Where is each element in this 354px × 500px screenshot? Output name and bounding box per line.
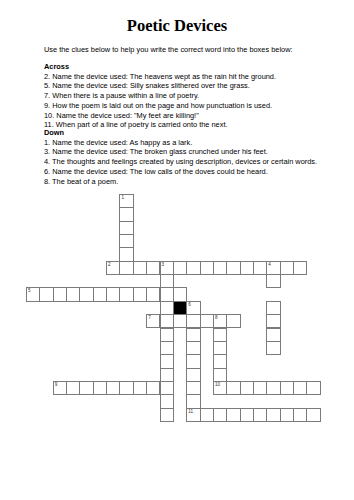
grid-cell[interactable]	[119, 221, 133, 235]
grid-cell[interactable]	[266, 314, 280, 328]
down-clues-section: Down 1. Name the device used: As happy a…	[44, 128, 348, 186]
grid-cell[interactable]	[266, 328, 280, 342]
grid-cell[interactable]	[133, 287, 147, 301]
grid-cell[interactable]	[173, 261, 187, 275]
grid-cell[interactable]	[160, 394, 174, 408]
clue-down-6: 6. Name the device used: The low calls o…	[44, 167, 348, 177]
grid-cell[interactable]	[186, 341, 200, 355]
grid-cell[interactable]	[186, 394, 200, 408]
grid-cell[interactable]	[79, 287, 93, 301]
grid-cell[interactable]	[93, 381, 107, 395]
grid-cell[interactable]	[160, 301, 174, 315]
across-clues-section: Across 2. Name the device used: The heav…	[44, 62, 348, 130]
grid-cell[interactable]	[240, 381, 254, 395]
clue-text: Name the device used: The heavens wept a…	[52, 72, 276, 81]
grid-cell[interactable]	[253, 381, 267, 395]
grid-cell[interactable]	[213, 341, 227, 355]
cell-number-label: 11	[188, 409, 193, 414]
grid-cell[interactable]	[119, 247, 133, 261]
grid-cell[interactable]	[106, 381, 120, 395]
clue-number: 3.	[44, 147, 50, 156]
clue-number: 10.	[44, 111, 54, 120]
grid-cell[interactable]	[266, 274, 280, 288]
page-title: Poetic Devices	[0, 18, 354, 34]
grid-cell[interactable]	[119, 207, 133, 221]
clue-text: When there is a pause within a line of p…	[52, 91, 199, 100]
grid-cell[interactable]	[173, 287, 187, 301]
grid-cell[interactable]	[186, 328, 200, 342]
clue-number: 2.	[44, 72, 50, 81]
clue-text: Name the device used: "My feet are killi…	[56, 111, 198, 120]
grid-cell[interactable]	[119, 234, 133, 248]
grid-cell[interactable]	[93, 287, 107, 301]
grid-cell[interactable]	[293, 261, 307, 275]
grid-cell[interactable]	[119, 381, 133, 395]
grid-cell[interactable]	[119, 287, 133, 301]
clue-down-4: 4. The thoughts and feelings created by …	[44, 157, 348, 167]
grid-cell[interactable]	[160, 341, 174, 355]
grid-cell[interactable]	[133, 261, 147, 275]
grid-cell[interactable]	[186, 314, 200, 328]
grid-cell[interactable]	[66, 287, 80, 301]
grid-cell[interactable]	[226, 381, 240, 395]
clue-number: 5.	[44, 81, 50, 90]
clue-number: 6.	[44, 167, 50, 176]
clue-text: The thoughts and feelings created by usi…	[52, 157, 317, 166]
clue-text: Name the device used: The broken glass c…	[52, 147, 268, 156]
grid-cell[interactable]: 4	[266, 261, 280, 275]
worksheet-page: Poetic Devices Use the clues below to he…	[0, 0, 354, 500]
grid-cell[interactable]	[280, 381, 294, 395]
grid-cell[interactable]	[160, 314, 174, 328]
clue-text: Name the device used: The low calls of t…	[52, 167, 268, 176]
grid-cell[interactable]	[160, 328, 174, 342]
intro-text: Use the clues below to help you write th…	[44, 45, 344, 55]
cell-number-label: 6	[188, 302, 191, 307]
grid-cell[interactable]	[146, 381, 160, 395]
clue-across-10: 10. Name the device used: "My feet are k…	[44, 111, 348, 121]
grid-cell[interactable]	[213, 261, 227, 275]
clue-number: 8.	[44, 177, 50, 186]
cell-number-label: 10	[215, 382, 220, 387]
grid-cell[interactable]: 2	[106, 261, 120, 275]
grid-cell[interactable]	[293, 408, 307, 422]
grid-cell[interactable]	[133, 381, 147, 395]
grid-cell[interactable]	[66, 381, 80, 395]
grid-cell[interactable]	[53, 287, 67, 301]
grid-cell[interactable]	[200, 261, 214, 275]
grid-cell[interactable]	[266, 341, 280, 355]
grid-cell[interactable]	[266, 408, 280, 422]
grid-cell[interactable]: 5	[26, 287, 40, 301]
grid-cell[interactable]	[266, 381, 280, 395]
cell-number-label: 2	[108, 262, 111, 267]
black-cell	[173, 301, 187, 315]
grid-cell[interactable]: 8	[213, 314, 227, 328]
grid-cell[interactable]	[306, 408, 320, 422]
clue-number: 7.	[44, 91, 50, 100]
grid-cell[interactable]	[160, 368, 174, 382]
grid-cell[interactable]	[160, 408, 174, 422]
grid-cell[interactable]	[106, 287, 120, 301]
cell-number-label: 7	[148, 315, 151, 320]
grid-cell[interactable]	[266, 301, 280, 315]
clue-down-8: 8. The beat of a poem.	[44, 177, 348, 187]
grid-cell[interactable]	[119, 261, 133, 275]
grid-cell[interactable]	[280, 261, 294, 275]
clue-down-1: 1. Name the device used: As happy as a l…	[44, 138, 348, 148]
clue-number: 1.	[44, 138, 50, 147]
grid-cell[interactable]: 6	[186, 301, 200, 315]
grid-cell[interactable]	[293, 381, 307, 395]
clue-down-3: 3. Name the device used: The broken glas…	[44, 147, 348, 157]
across-heading: Across	[44, 62, 348, 72]
grid-cell[interactable]	[240, 261, 254, 275]
grid-cell[interactable]	[226, 408, 240, 422]
grid-cell[interactable]: 1	[119, 194, 133, 208]
clue-number: 9.	[44, 101, 50, 110]
grid-cell[interactable]	[200, 314, 214, 328]
grid-cell[interactable]	[186, 354, 200, 368]
cell-number-label: 8	[215, 315, 218, 320]
grid-cell[interactable]	[186, 261, 200, 275]
grid-cell[interactable]: 7	[146, 314, 160, 328]
grid-cell[interactable]	[146, 287, 160, 301]
grid-cell[interactable]: 10	[213, 381, 227, 395]
cell-number-label: 3	[162, 262, 165, 267]
clue-text: The beat of a poem.	[52, 177, 118, 186]
grid-cell[interactable]	[200, 408, 214, 422]
clue-across-5: 5. Name the device used: Silly snakes sl…	[44, 81, 348, 91]
clue-text: Name the device used: As happy as a lark…	[52, 138, 192, 147]
grid-cell[interactable]	[213, 408, 227, 422]
grid-cell[interactable]	[213, 328, 227, 342]
grid-cell[interactable]	[39, 287, 53, 301]
grid-cell[interactable]	[173, 314, 187, 328]
grid-cell[interactable]	[240, 408, 254, 422]
grid-cell[interactable]: 9	[53, 381, 67, 395]
grid-cell[interactable]	[253, 261, 267, 275]
down-heading: Down	[44, 128, 348, 138]
grid-cell[interactable]	[146, 261, 160, 275]
grid-cell[interactable]	[160, 381, 174, 395]
clue-across-2: 2. Name the device used: The heavens wep…	[44, 72, 348, 82]
grid-cell[interactable]	[160, 354, 174, 368]
grid-cell[interactable]	[79, 381, 93, 395]
crossword-grid: 1234567891011	[26, 194, 321, 422]
cell-number-label: 1	[121, 195, 124, 200]
clue-number: 4.	[44, 157, 50, 166]
grid-cell[interactable]	[280, 408, 294, 422]
cell-number-label: 4	[268, 262, 271, 267]
grid-cell[interactable]	[213, 354, 227, 368]
grid-cell[interactable]	[306, 381, 320, 395]
cell-number-label: 9	[55, 382, 58, 387]
grid-cell[interactable]: 3	[160, 261, 174, 275]
grid-cell[interactable]	[186, 381, 200, 395]
grid-cell[interactable]	[186, 368, 200, 382]
grid-cell[interactable]	[253, 408, 267, 422]
clue-text: How the poem is laid out on the page and…	[52, 101, 272, 110]
grid-cell[interactable]	[226, 261, 240, 275]
grid-cell[interactable]	[160, 274, 174, 288]
clue-across-9: 9. How the poem is laid out on the page …	[44, 101, 348, 111]
grid-cell[interactable]	[160, 287, 174, 301]
grid-cell[interactable]: 11	[186, 408, 200, 422]
grid-cell[interactable]	[213, 368, 227, 382]
cell-number-label: 5	[28, 288, 31, 293]
clue-across-7: 7. When there is a pause within a line o…	[44, 91, 348, 101]
grid-cell[interactable]	[226, 314, 240, 328]
clue-text: Name the device used: Silly snakes slith…	[52, 81, 250, 90]
